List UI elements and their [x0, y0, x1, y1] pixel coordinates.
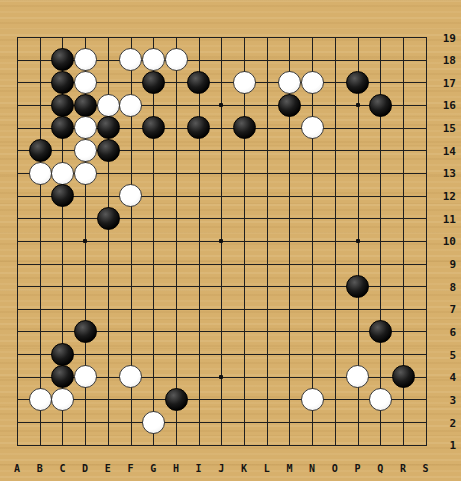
black-stone-K15[interactable] — [233, 116, 256, 139]
white-stone-K17[interactable] — [233, 71, 256, 94]
row-label: 3 — [438, 393, 456, 406]
black-stone-E14[interactable] — [97, 139, 120, 162]
row-label: 9 — [438, 258, 456, 271]
white-stone-D14[interactable] — [74, 139, 97, 162]
black-stone-C5[interactable] — [51, 343, 74, 366]
column-label: M — [286, 463, 292, 474]
row-label: 11 — [438, 212, 456, 225]
white-stone-F18[interactable] — [119, 48, 142, 71]
white-stone-N17[interactable] — [301, 71, 324, 94]
column-label: J — [218, 463, 224, 474]
column-label: O — [332, 463, 338, 474]
black-stone-C15[interactable] — [51, 116, 74, 139]
white-stone-D15[interactable] — [74, 116, 97, 139]
column-label: H — [173, 463, 179, 474]
white-stone-F16[interactable] — [119, 94, 142, 117]
column-label: P — [354, 463, 360, 474]
row-label: 15 — [438, 122, 456, 135]
white-stone-D4[interactable] — [74, 365, 97, 388]
row-label: 16 — [438, 99, 456, 112]
column-label: I — [196, 463, 202, 474]
black-stone-M16[interactable] — [278, 94, 301, 117]
white-stone-H18[interactable] — [165, 48, 188, 71]
row-label: 13 — [438, 167, 456, 180]
black-stone-C16[interactable] — [51, 94, 74, 117]
black-stone-P8[interactable] — [346, 275, 369, 298]
white-stone-D13[interactable] — [74, 162, 97, 185]
row-label: 19 — [438, 31, 456, 44]
column-label: R — [400, 463, 406, 474]
white-stone-Q3[interactable] — [369, 388, 392, 411]
column-label: S — [423, 463, 429, 474]
column-label: B — [37, 463, 43, 474]
white-stone-G2[interactable] — [142, 411, 165, 434]
row-label: 7 — [438, 303, 456, 316]
white-stone-D18[interactable] — [74, 48, 97, 71]
white-stone-N15[interactable] — [301, 116, 324, 139]
white-stone-F12[interactable] — [119, 184, 142, 207]
column-label: K — [241, 463, 247, 474]
column-label: G — [150, 463, 156, 474]
black-stone-P17[interactable] — [346, 71, 369, 94]
row-label: 10 — [438, 235, 456, 248]
row-label: 4 — [438, 371, 456, 384]
row-label: 12 — [438, 190, 456, 203]
column-label: L — [264, 463, 270, 474]
black-stone-G15[interactable] — [142, 116, 165, 139]
black-stone-C12[interactable] — [51, 184, 74, 207]
white-stone-E16[interactable] — [97, 94, 120, 117]
white-stone-B3[interactable] — [29, 388, 52, 411]
white-stone-M17[interactable] — [278, 71, 301, 94]
black-stone-C4[interactable] — [51, 365, 74, 388]
white-stone-F4[interactable] — [119, 365, 142, 388]
row-label: 18 — [438, 54, 456, 67]
white-stone-N3[interactable] — [301, 388, 324, 411]
column-label: D — [82, 463, 88, 474]
black-stone-C17[interactable] — [51, 71, 74, 94]
row-label: 17 — [438, 76, 456, 89]
black-stone-E11[interactable] — [97, 207, 120, 230]
column-label: E — [105, 463, 111, 474]
row-label: 6 — [438, 325, 456, 338]
white-stone-B13[interactable] — [29, 162, 52, 185]
black-stone-B14[interactable] — [29, 139, 52, 162]
column-label: A — [14, 463, 20, 474]
white-stone-P4[interactable] — [346, 365, 369, 388]
row-label: 8 — [438, 280, 456, 293]
row-label: 14 — [438, 144, 456, 157]
column-label: Q — [377, 463, 383, 474]
black-stone-R4[interactable] — [392, 365, 415, 388]
black-stone-I17[interactable] — [187, 71, 210, 94]
row-label: 1 — [438, 439, 456, 452]
column-label: C — [59, 463, 65, 474]
black-stone-E15[interactable] — [97, 116, 120, 139]
black-stone-Q16[interactable] — [369, 94, 392, 117]
column-label: N — [309, 463, 315, 474]
black-stone-H3[interactable] — [165, 388, 188, 411]
row-label: 5 — [438, 348, 456, 361]
black-stone-D6[interactable] — [74, 320, 97, 343]
black-stone-D16[interactable] — [74, 94, 97, 117]
stones-grid[interactable] — [6, 26, 437, 456]
row-label: 2 — [438, 416, 456, 429]
column-label: F — [127, 463, 133, 474]
black-stone-Q6[interactable] — [369, 320, 392, 343]
go-board[interactable]: ABCDEFGHIJKLMNOPQRS 19181716151413121110… — [0, 0, 461, 481]
white-stone-C3[interactable] — [51, 388, 74, 411]
white-stone-D17[interactable] — [74, 71, 97, 94]
black-stone-C18[interactable] — [51, 48, 74, 71]
black-stone-G17[interactable] — [142, 71, 165, 94]
white-stone-G18[interactable] — [142, 48, 165, 71]
black-stone-I15[interactable] — [187, 116, 210, 139]
white-stone-C13[interactable] — [51, 162, 74, 185]
